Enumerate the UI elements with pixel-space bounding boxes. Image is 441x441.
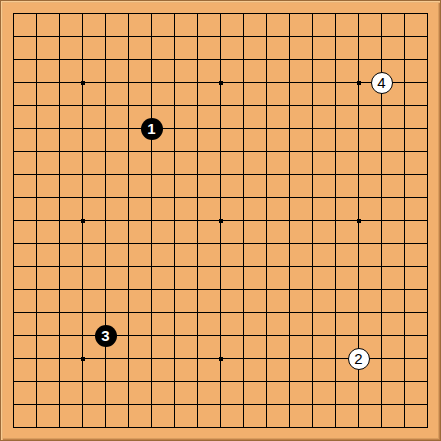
star-point bbox=[81, 81, 85, 85]
star-point bbox=[219, 357, 223, 361]
star-point bbox=[357, 81, 361, 85]
go-grid: 1234 bbox=[2, 2, 439, 439]
stone-black-3: 3 bbox=[95, 325, 117, 347]
star-point bbox=[81, 357, 85, 361]
star-point bbox=[219, 219, 223, 223]
stone-black-1: 1 bbox=[141, 118, 163, 140]
go-board: 1234 bbox=[0, 0, 441, 441]
star-point bbox=[357, 219, 361, 223]
stone-white-4: 4 bbox=[371, 72, 393, 94]
star-point bbox=[219, 81, 223, 85]
stone-white-2: 2 bbox=[348, 348, 370, 370]
star-point bbox=[81, 219, 85, 223]
